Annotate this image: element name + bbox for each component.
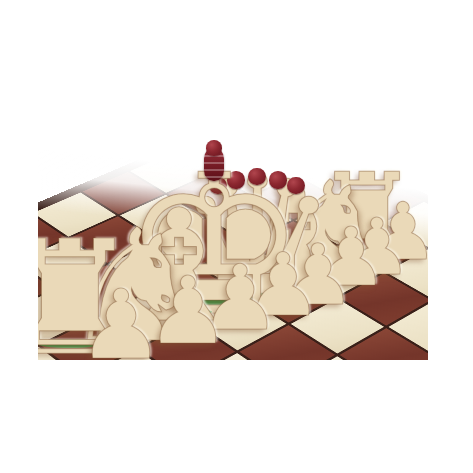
piece-shadow [239, 275, 332, 292]
queen-glyph: ♛ [166, 151, 348, 333]
piece-white-pawn-f2: ♟ [195, 253, 285, 343]
felt-base [300, 297, 335, 302]
piece-white-knight-g1: ♞ [54, 208, 210, 360]
piece-white-bishop-c1: ♝ [218, 166, 368, 316]
piece-white-bishop-f1: ♝ [102, 189, 257, 344]
piece-white-rook-h1: ♜ [38, 219, 149, 360]
piece-white-queen-d1: ♛ [166, 151, 348, 333]
pawn-glyph: ♟ [276, 233, 360, 317]
felt-base [221, 322, 259, 327]
rook-glyph: ♜ [310, 158, 425, 273]
product-photo[interactable]: ♜♟♞♟♝♟♛♟♚♟♝♟♞♟♜♟ [0, 0, 473, 473]
piece-shadow [140, 289, 268, 312]
felt-base [101, 351, 141, 356]
felt-base [343, 246, 391, 252]
piece-white-king-e1: ♚ [111, 139, 317, 345]
piece-white-pawn-e2: ♟ [240, 242, 327, 329]
piece-shadow [123, 301, 219, 318]
piece-shadow [76, 321, 173, 338]
felt-base [334, 279, 368, 283]
pawn-glyph: ♟ [240, 242, 327, 329]
pawn-glyph: ♟ [311, 217, 392, 298]
piece-shadow [322, 276, 372, 285]
felt-base [146, 308, 211, 317]
pawn-glyph: ♟ [364, 193, 429, 272]
piece-shadow [155, 332, 213, 342]
piece-white-pawn-d2: ♟ [276, 233, 360, 317]
piece-white-pawn-c2: ♟ [311, 217, 392, 298]
pawn-glyph: ♟ [142, 265, 235, 358]
king-glyph: ♚ [111, 139, 317, 345]
piece-white-rook-a1: ♜ [310, 158, 425, 273]
felt-base [171, 297, 258, 308]
felt-base [262, 281, 325, 289]
queen-crown-ball [269, 171, 286, 188]
pawn-glyph: ♟ [195, 253, 285, 343]
piece-white-pawn-a2: ♟ [364, 193, 429, 272]
pieces-layer: ♜♟♞♟♝♟♛♟♚♟♝♟♞♟♜♟ [38, 100, 428, 360]
queen-crown-ball [287, 177, 304, 194]
king-finial-knob [206, 140, 221, 155]
bishop-glyph: ♝ [218, 166, 368, 316]
felt-base [386, 253, 419, 257]
piece-white-pawn-g2: ♟ [142, 265, 235, 358]
felt-base [219, 291, 295, 301]
queen-crown-ball [248, 168, 265, 185]
piece-shadow [252, 305, 306, 315]
pawn-glyph: ♟ [338, 208, 416, 286]
felt-base [361, 267, 394, 271]
queen-crown-ball [227, 171, 244, 188]
king-red-finial [204, 148, 225, 181]
rook-glyph: ♜ [38, 219, 149, 360]
piece-shadow [375, 250, 424, 259]
photo-crop: ♜♟♞♟♝♟♛♟♚♟♝♟♞♟♜♟ [38, 100, 428, 360]
bishop-glyph: ♝ [102, 189, 257, 344]
felt-base [265, 309, 302, 314]
piece-shadow [288, 294, 340, 303]
pawn-glyph: ♟ [73, 277, 169, 360]
piece-shadow [38, 333, 111, 350]
piece-white-pawn-b2: ♟ [338, 208, 416, 286]
piece-white-knight-b1: ♞ [261, 164, 391, 294]
queen-crown-ball [209, 177, 226, 194]
piece-shadow [191, 283, 304, 303]
piece-shadow [279, 258, 360, 272]
piece-shadow [349, 264, 397, 273]
piece-white-pawn-h2: ♟ [73, 277, 169, 360]
piece-shadow [326, 241, 397, 254]
felt-base [299, 263, 354, 270]
piece-shadow [208, 318, 264, 328]
piece-shadow [86, 347, 146, 358]
knight-glyph: ♞ [261, 164, 391, 294]
felt-base [99, 328, 165, 337]
felt-base [38, 339, 103, 348]
knight-glyph: ♞ [54, 208, 210, 360]
felt-base [168, 336, 207, 341]
